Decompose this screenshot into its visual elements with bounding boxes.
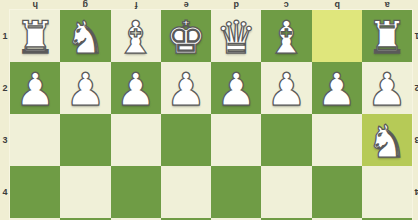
file-label-h: h — [10, 0, 60, 10]
piece-white-pawn[interactable]: ♟ — [266, 67, 306, 112]
piece-white-pawn[interactable]: ♟ — [216, 67, 256, 112]
square-d5[interactable] — [211, 218, 261, 220]
square-b4[interactable] — [312, 166, 362, 218]
rank-labels-left-strip: 1234 — [0, 10, 10, 218]
piece-white-knight[interactable]: ♞ — [65, 15, 105, 60]
square-a4[interactable] — [362, 166, 412, 218]
square-c3[interactable] — [261, 114, 311, 166]
square-a5[interactable] — [362, 218, 412, 220]
square-d2[interactable]: ♟ — [211, 62, 261, 114]
piece-white-pawn[interactable]: ♟ — [316, 67, 356, 112]
square-h4[interactable] — [10, 166, 60, 218]
rank-labels-right-strip: 1234 — [412, 10, 418, 218]
square-f3[interactable] — [111, 114, 161, 166]
piece-white-bishop[interactable]: ♝ — [266, 15, 306, 60]
square-e3[interactable] — [161, 114, 211, 166]
file-label-a: a — [362, 0, 412, 10]
square-g2[interactable]: ♟ — [60, 62, 110, 114]
piece-white-rook[interactable]: ♜ — [367, 15, 407, 60]
piece-white-pawn[interactable]: ♟ — [367, 67, 407, 112]
piece-white-pawn[interactable]: ♟ — [15, 67, 55, 112]
square-a2[interactable]: ♟ — [362, 62, 412, 114]
piece-white-pawn[interactable]: ♟ — [65, 67, 105, 112]
square-d4[interactable] — [211, 166, 261, 218]
piece-white-knight[interactable]: ♞ — [367, 119, 407, 164]
square-g4[interactable] — [60, 166, 110, 218]
square-a3[interactable]: ♞ — [362, 114, 412, 166]
square-e1[interactable]: ♚ — [161, 10, 211, 62]
file-labels-strip: hgfedcba — [10, 0, 412, 10]
square-d1[interactable]: ♛ — [211, 10, 261, 62]
file-label-b: b — [312, 0, 362, 10]
square-h3[interactable] — [10, 114, 60, 166]
square-g1[interactable]: ♞ — [60, 10, 110, 62]
piece-white-queen[interactable]: ♛ — [216, 15, 256, 60]
rank-label-left-3: 3 — [0, 114, 10, 166]
file-label-c: c — [261, 0, 311, 10]
square-f5[interactable] — [111, 218, 161, 220]
square-b2[interactable]: ♟ — [312, 62, 362, 114]
rank-label-right-4: 4 — [412, 166, 418, 218]
file-label-e: e — [161, 0, 211, 10]
rank-label-right-2: 2 — [412, 62, 418, 114]
rank-label-left-1: 1 — [0, 10, 10, 62]
square-b1[interactable] — [312, 10, 362, 62]
square-c5[interactable] — [261, 218, 311, 220]
piece-white-pawn[interactable]: ♟ — [115, 67, 155, 112]
square-e2[interactable]: ♟ — [161, 62, 211, 114]
rank-label-right-1: 1 — [412, 10, 418, 62]
rank-label-right-3: 3 — [412, 114, 418, 166]
square-h1[interactable]: ♜ — [10, 10, 60, 62]
square-d3[interactable] — [211, 114, 261, 166]
square-c1[interactable]: ♝ — [261, 10, 311, 62]
square-f1[interactable]: ♝ — [111, 10, 161, 62]
square-g3[interactable] — [60, 114, 110, 166]
rank-label-left-2: 2 — [0, 62, 10, 114]
square-b5[interactable] — [312, 218, 362, 220]
file-label-g: g — [60, 0, 110, 10]
square-h2[interactable]: ♟ — [10, 62, 60, 114]
chess-board: ♜♞♝♚♛♝♜♟♟♟♟♟♟♟♟♞ — [10, 10, 412, 220]
file-label-d: d — [211, 0, 261, 10]
file-label-f: f — [111, 0, 161, 10]
square-c4[interactable] — [261, 166, 311, 218]
square-f4[interactable] — [111, 166, 161, 218]
square-h5[interactable] — [10, 218, 60, 220]
piece-white-pawn[interactable]: ♟ — [166, 67, 206, 112]
piece-white-king[interactable]: ♚ — [166, 15, 206, 60]
piece-white-rook[interactable]: ♜ — [15, 15, 55, 60]
square-a1[interactable]: ♜ — [362, 10, 412, 62]
square-b3[interactable] — [312, 114, 362, 166]
rank-label-left-4: 4 — [0, 166, 10, 218]
square-g5[interactable] — [60, 218, 110, 220]
square-e5[interactable] — [161, 218, 211, 220]
square-e4[interactable] — [161, 166, 211, 218]
square-f2[interactable]: ♟ — [111, 62, 161, 114]
square-c2[interactable]: ♟ — [261, 62, 311, 114]
piece-white-bishop[interactable]: ♝ — [115, 15, 155, 60]
